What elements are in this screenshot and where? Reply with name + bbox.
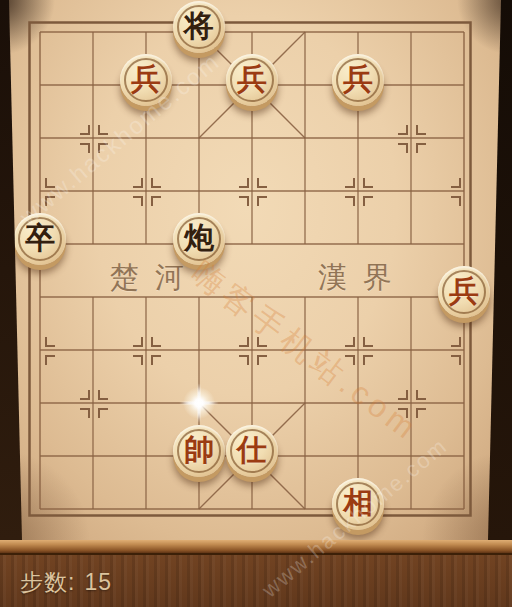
point-marker-bracket [398,143,408,153]
move-counter-label: 步数: [20,569,75,595]
piece-glyph: 兵 [131,64,161,94]
point-marker-bracket [98,125,108,135]
piece-red-advisor[interactable]: 仕 [226,425,278,477]
point-marker-bracket [45,355,55,365]
piece-glyph: 兵 [237,64,267,94]
point-marker-bracket [345,337,355,347]
point-marker-bracket [363,196,373,206]
move-counter: 步数:15 [20,567,112,597]
point-marker-bracket [257,355,267,365]
piece-red-soldier[interactable]: 兵 [332,54,384,106]
point-marker-bracket [416,143,426,153]
point-marker-bracket [451,355,461,365]
river-label-chu-he: 楚河 [110,258,200,296]
point-marker-bracket [239,196,249,206]
point-marker-bracket [451,196,461,206]
point-marker-bracket [80,125,90,135]
point-marker-bracket [363,178,373,188]
point-marker-bracket [451,337,461,347]
point-marker-bracket [151,355,161,365]
point-marker-bracket [416,390,426,400]
point-marker-bracket [151,337,161,347]
point-marker-bracket [133,355,143,365]
piece-red-elephant[interactable]: 相 [332,478,384,530]
point-marker-bracket [98,143,108,153]
point-marker-bracket [363,337,373,347]
xiangqi-board[interactable]: 楚河 漢界 将兵兵兵卒炮兵帥仕相 [0,0,512,540]
point-marker-bracket [345,196,355,206]
piece-black-general[interactable]: 将 [173,1,225,53]
piece-black-soldier[interactable]: 卒 [14,213,66,265]
point-marker-bracket [151,196,161,206]
point-marker-bracket [239,355,249,365]
board-front-bevel [0,540,512,555]
point-marker-bracket [80,143,90,153]
piece-glyph: 将 [184,11,214,41]
point-marker-bracket [257,337,267,347]
point-marker-bracket [151,178,161,188]
piece-glyph: 帥 [184,435,214,465]
point-marker-bracket [398,408,408,418]
piece-red-soldier[interactable]: 兵 [120,54,172,106]
point-marker-bracket [345,355,355,365]
point-marker-bracket [133,337,143,347]
point-marker-bracket [133,178,143,188]
highlight-sparkle-icon [179,383,219,423]
point-marker-bracket [257,178,267,188]
point-marker-bracket [80,408,90,418]
piece-glyph: 卒 [25,223,55,253]
point-marker-bracket [239,337,249,347]
point-marker-bracket [451,178,461,188]
piece-glyph: 兵 [343,64,373,94]
point-marker-bracket [398,390,408,400]
point-marker-bracket [45,337,55,347]
piece-glyph: 仕 [237,435,267,465]
point-marker-bracket [416,408,426,418]
piece-red-general[interactable]: 帥 [173,425,225,477]
piece-red-soldier[interactable]: 兵 [226,54,278,106]
point-marker-bracket [45,196,55,206]
point-marker-bracket [133,196,143,206]
move-counter-value: 15 [84,569,112,595]
point-marker-bracket [98,408,108,418]
point-marker-bracket [398,125,408,135]
point-marker-bracket [257,196,267,206]
game-screen: 楚河 漢界 将兵兵兵卒炮兵帥仕相 www.hackhome.com 嗨客手机站.… [0,0,512,607]
point-marker-bracket [345,178,355,188]
point-marker-bracket [363,355,373,365]
point-marker-bracket [98,390,108,400]
piece-glyph: 兵 [449,276,479,306]
piece-red-soldier[interactable]: 兵 [438,266,490,318]
point-marker-bracket [416,125,426,135]
piece-glyph: 相 [343,488,373,518]
point-marker-bracket [45,178,55,188]
piece-glyph: 炮 [184,223,214,253]
piece-black-cannon[interactable]: 炮 [173,213,225,265]
point-marker-bracket [80,390,90,400]
point-marker-bracket [239,178,249,188]
river-label-han-jie: 漢界 [318,258,408,296]
